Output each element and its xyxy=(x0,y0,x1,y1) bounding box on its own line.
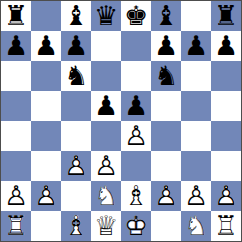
square-d5[interactable]: ♟ xyxy=(91,91,121,121)
square-d6[interactable] xyxy=(91,61,121,91)
square-c1[interactable]: ♝♗ xyxy=(61,211,91,241)
piece-outline-layer: ♖ xyxy=(1,211,31,241)
square-b8[interactable] xyxy=(31,1,61,31)
square-c6[interactable]: ♞ xyxy=(61,61,91,91)
black-king[interactable]: ♚ xyxy=(121,1,151,31)
piece-outline-layer: ♙ xyxy=(151,181,181,211)
piece-outline-layer: ♙ xyxy=(31,181,61,211)
piece-solid-layer: ♞ xyxy=(61,61,91,91)
square-e7[interactable] xyxy=(121,31,151,61)
square-b7[interactable]: ♟ xyxy=(31,31,61,61)
square-g4[interactable] xyxy=(181,121,211,151)
square-b5[interactable] xyxy=(31,91,61,121)
piece-solid-layer: ♚ xyxy=(121,1,151,31)
piece-outline-layer: ♙ xyxy=(211,181,241,211)
black-pawn[interactable]: ♟ xyxy=(31,31,61,61)
square-a3[interactable] xyxy=(1,151,31,181)
white-pawn[interactable]: ♟♙ xyxy=(151,181,181,211)
piece-solid-layer: ♟ xyxy=(61,31,91,61)
square-h6[interactable] xyxy=(211,61,241,91)
piece-solid-layer: ♝ xyxy=(151,1,181,31)
square-h7[interactable]: ♟ xyxy=(211,31,241,61)
piece-solid-layer: ♛ xyxy=(91,1,121,31)
square-b4[interactable] xyxy=(31,121,61,151)
black-pawn[interactable]: ♟ xyxy=(1,31,31,61)
piece-outline-layer: ♔ xyxy=(121,211,151,241)
square-c7[interactable]: ♟ xyxy=(61,31,91,61)
square-a5[interactable] xyxy=(1,91,31,121)
piece-outline-layer: ♕ xyxy=(91,211,121,241)
square-e3[interactable] xyxy=(121,151,151,181)
black-pawn[interactable]: ♟ xyxy=(61,31,91,61)
white-pawn[interactable]: ♟♙ xyxy=(121,121,151,151)
square-a2[interactable]: ♟♙ xyxy=(1,181,31,211)
black-bishop[interactable]: ♝ xyxy=(61,1,91,31)
square-h8[interactable]: ♜ xyxy=(211,1,241,31)
square-a6[interactable] xyxy=(1,61,31,91)
piece-outline-layer: ♗ xyxy=(61,211,91,241)
square-a1[interactable]: ♜♖ xyxy=(1,211,31,241)
square-f7[interactable]: ♟ xyxy=(151,31,181,61)
square-g8[interactable] xyxy=(181,1,211,31)
white-rook[interactable]: ♜♖ xyxy=(211,211,241,241)
square-f3[interactable] xyxy=(151,151,181,181)
piece-outline-layer: ♙ xyxy=(1,181,31,211)
square-f2[interactable]: ♟♙ xyxy=(151,181,181,211)
white-rook[interactable]: ♜♖ xyxy=(1,211,31,241)
black-pawn[interactable]: ♟ xyxy=(211,31,241,61)
square-e2[interactable]: ♝♗ xyxy=(121,181,151,211)
piece-outline-layer: ♙ xyxy=(61,151,91,181)
square-d3[interactable]: ♟♙ xyxy=(91,151,121,181)
square-h1[interactable]: ♜♖ xyxy=(211,211,241,241)
black-rook[interactable]: ♜ xyxy=(1,1,31,31)
black-pawn[interactable]: ♟ xyxy=(121,91,151,121)
white-pawn[interactable]: ♟♙ xyxy=(31,181,61,211)
square-d8[interactable]: ♛ xyxy=(91,1,121,31)
square-b2[interactable]: ♟♙ xyxy=(31,181,61,211)
square-a8[interactable]: ♜ xyxy=(1,1,31,31)
piece-outline-layer: ♖ xyxy=(211,211,241,241)
black-pawn[interactable]: ♟ xyxy=(151,31,181,61)
piece-outline-layer: ♘ xyxy=(181,211,211,241)
square-c4[interactable] xyxy=(61,121,91,151)
square-h5[interactable] xyxy=(211,91,241,121)
square-d7[interactable] xyxy=(91,31,121,61)
square-g1[interactable]: ♞♘ xyxy=(181,211,211,241)
square-g6[interactable] xyxy=(181,61,211,91)
square-c3[interactable]: ♟♙ xyxy=(61,151,91,181)
square-c8[interactable]: ♝ xyxy=(61,1,91,31)
black-knight[interactable]: ♞ xyxy=(151,61,181,91)
black-knight[interactable]: ♞ xyxy=(61,61,91,91)
piece-outline-layer: ♙ xyxy=(181,181,211,211)
square-e1[interactable]: ♚♔ xyxy=(121,211,151,241)
white-bishop[interactable]: ♝♗ xyxy=(121,181,151,211)
piece-solid-layer: ♟ xyxy=(31,31,61,61)
white-pawn[interactable]: ♟♙ xyxy=(91,151,121,181)
chess-board-frame: ♜♝♛♚♝♜♟♟♟♟♟♟♞♞♟♟♟♙♟♙♟♙♟♙♟♙♞♘♝♗♟♙♟♙♟♙♜♖♝♗… xyxy=(0,0,242,242)
black-rook[interactable]: ♜ xyxy=(211,1,241,31)
piece-solid-layer: ♞ xyxy=(151,61,181,91)
piece-solid-layer: ♝ xyxy=(61,1,91,31)
square-f4[interactable] xyxy=(151,121,181,151)
square-c5[interactable] xyxy=(61,91,91,121)
white-bishop[interactable]: ♝♗ xyxy=(61,211,91,241)
white-pawn[interactable]: ♟♙ xyxy=(211,181,241,211)
square-c2[interactable] xyxy=(61,181,91,211)
square-a4[interactable] xyxy=(1,121,31,151)
square-h2[interactable]: ♟♙ xyxy=(211,181,241,211)
square-d2[interactable]: ♞♘ xyxy=(91,181,121,211)
piece-outline-layer: ♙ xyxy=(91,151,121,181)
black-bishop[interactable]: ♝ xyxy=(151,1,181,31)
square-h3[interactable] xyxy=(211,151,241,181)
black-pawn[interactable]: ♟ xyxy=(91,91,121,121)
square-g2[interactable]: ♟♙ xyxy=(181,181,211,211)
square-f8[interactable]: ♝ xyxy=(151,1,181,31)
square-f6[interactable]: ♞ xyxy=(151,61,181,91)
square-b1[interactable] xyxy=(31,211,61,241)
square-d1[interactable]: ♛♕ xyxy=(91,211,121,241)
piece-solid-layer: ♜ xyxy=(211,1,241,31)
square-e5[interactable]: ♟ xyxy=(121,91,151,121)
black-queen[interactable]: ♛ xyxy=(91,1,121,31)
white-pawn[interactable]: ♟♙ xyxy=(61,151,91,181)
white-queen[interactable]: ♛♕ xyxy=(91,211,121,241)
white-pawn[interactable]: ♟♙ xyxy=(1,181,31,211)
piece-solid-layer: ♟ xyxy=(151,31,181,61)
chess-board: ♜♝♛♚♝♜♟♟♟♟♟♟♞♞♟♟♟♙♟♙♟♙♟♙♟♙♞♘♝♗♟♙♟♙♟♙♜♖♝♗… xyxy=(1,1,241,241)
piece-outline-layer: ♘ xyxy=(91,181,121,211)
piece-solid-layer: ♟ xyxy=(91,91,121,121)
white-king[interactable]: ♚♔ xyxy=(121,211,151,241)
square-b3[interactable] xyxy=(31,151,61,181)
piece-outline-layer: ♗ xyxy=(121,181,151,211)
square-g5[interactable] xyxy=(181,91,211,121)
square-b6[interactable] xyxy=(31,61,61,91)
black-pawn[interactable]: ♟ xyxy=(181,31,211,61)
piece-solid-layer: ♜ xyxy=(1,1,31,31)
square-e4[interactable]: ♟♙ xyxy=(121,121,151,151)
piece-solid-layer: ♟ xyxy=(1,31,31,61)
square-d4[interactable] xyxy=(91,121,121,151)
piece-outline-layer: ♙ xyxy=(121,121,151,151)
square-f1[interactable] xyxy=(151,211,181,241)
white-knight[interactable]: ♞♘ xyxy=(91,181,121,211)
square-h4[interactable] xyxy=(211,121,241,151)
white-knight[interactable]: ♞♘ xyxy=(181,211,211,241)
square-g3[interactable] xyxy=(181,151,211,181)
square-g7[interactable]: ♟ xyxy=(181,31,211,61)
square-f5[interactable] xyxy=(151,91,181,121)
piece-solid-layer: ♟ xyxy=(121,91,151,121)
square-a7[interactable]: ♟ xyxy=(1,31,31,61)
square-e6[interactable] xyxy=(121,61,151,91)
white-pawn[interactable]: ♟♙ xyxy=(181,181,211,211)
piece-solid-layer: ♟ xyxy=(181,31,211,61)
piece-solid-layer: ♟ xyxy=(211,31,241,61)
square-e8[interactable]: ♚ xyxy=(121,1,151,31)
